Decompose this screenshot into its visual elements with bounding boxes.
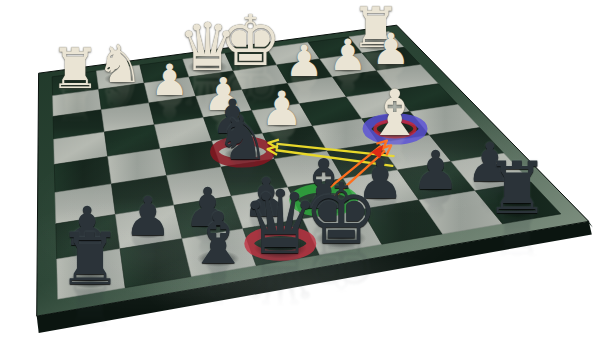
piece-white-rook-a1[interactable]: ♜ (47, 41, 103, 97)
chess-app-window: ♚♚♛♛♜♜♜♜♞♞♝♝♟♟♟♟♟♟♟♟♟♟♟♟♚♚♛♛♜♜♜♜♝♝♝♝♞♞♟♟… (0, 0, 600, 337)
piece-white-bishop-g5[interactable]: ♝ (363, 82, 427, 146)
piece-white-pawn-g2[interactable]: ♟ (326, 34, 369, 77)
piece-white-pawn-f2[interactable]: ♟ (283, 40, 326, 83)
piece-white-pawn-h2[interactable]: ♟ (369, 28, 412, 71)
piece-black-pawn-b7[interactable]: ♟ (121, 190, 175, 244)
piece-black-rook-h8[interactable]: ♜ (481, 152, 553, 224)
piece-black-rook-a8[interactable]: ♜ (54, 223, 126, 295)
piece-black-bishop-c8[interactable]: ♝ (183, 203, 254, 274)
piece-black-pawn-g7[interactable]: ♟ (409, 144, 463, 198)
piece-black-knight-d5[interactable]: ♞ (212, 107, 273, 168)
piece-white-pawn-c2[interactable]: ♟ (148, 59, 191, 102)
